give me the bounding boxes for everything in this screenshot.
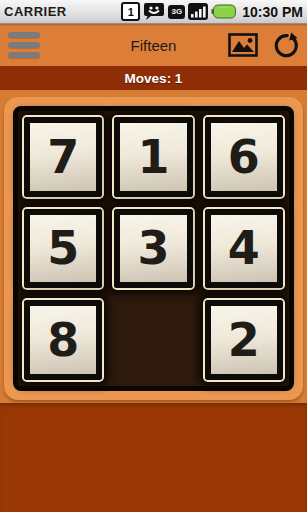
battery-icon xyxy=(211,4,236,19)
3g-icon: 3G xyxy=(168,5,185,19)
cell-r2c0: 8 xyxy=(18,294,108,386)
bottom-background xyxy=(0,403,307,512)
image-icon[interactable] xyxy=(228,33,258,57)
refresh-icon[interactable] xyxy=(272,32,299,59)
tile-8[interactable]: 8 xyxy=(24,300,102,380)
tile-1[interactable]: 1 xyxy=(114,117,192,197)
app-screen: CARRIER 1 3G xyxy=(0,0,307,512)
tile-3[interactable]: 3 xyxy=(114,209,192,289)
board-frame: 71653482 xyxy=(4,97,303,400)
menu-icon[interactable] xyxy=(8,32,40,58)
empty-cell xyxy=(108,294,198,386)
tile-7[interactable]: 7 xyxy=(24,117,102,197)
status-icons: 1 3G 10:30 PM xyxy=(121,2,303,21)
cell-r0c2: 6 xyxy=(199,111,289,203)
tile-5[interactable]: 5 xyxy=(24,209,102,289)
carrier-label: CARRIER xyxy=(4,4,67,19)
notification-count-icon: 1 xyxy=(121,2,140,21)
notification-count: 1 xyxy=(128,6,134,18)
moves-counter: Moves: 1 xyxy=(125,71,183,86)
title-bar: Fifteen xyxy=(0,24,307,66)
cell-r1c0: 5 xyxy=(18,203,108,295)
cell-r0c1: 1 xyxy=(108,111,198,203)
tile-2[interactable]: 2 xyxy=(205,300,283,380)
tile-6[interactable]: 6 xyxy=(205,117,283,197)
cell-r1c1: 3 xyxy=(108,203,198,295)
cell-r2c2: 2 xyxy=(199,294,289,386)
clock: 10:30 PM xyxy=(242,4,303,20)
cell-r1c2: 4 xyxy=(199,203,289,295)
message-smiley-icon xyxy=(143,2,165,21)
tile-4[interactable]: 4 xyxy=(205,209,283,289)
cell-r0c0: 7 xyxy=(18,111,108,203)
status-bar: CARRIER 1 3G xyxy=(0,0,307,24)
puzzle-board: 71653482 xyxy=(13,106,294,391)
network-badge: 3G xyxy=(171,7,182,16)
signal-bars-icon xyxy=(188,3,208,20)
title-bar-actions xyxy=(228,32,299,59)
content: 71653482 xyxy=(0,90,307,512)
board-area: 71653482 xyxy=(0,90,307,403)
moves-bar: Moves: 1 xyxy=(0,66,307,90)
